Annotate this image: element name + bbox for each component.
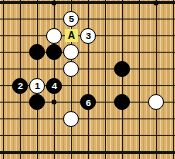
intersection[interactable] <box>165 127 175 144</box>
intersection[interactable] <box>165 94 175 111</box>
intersection[interactable] <box>12 94 29 111</box>
intersection[interactable] <box>165 28 175 45</box>
intersection[interactable] <box>63 94 80 111</box>
intersection[interactable] <box>80 61 97 78</box>
intersection[interactable] <box>131 77 148 94</box>
white-stone <box>46 28 62 44</box>
intersection[interactable] <box>29 111 46 128</box>
intersection[interactable] <box>0 28 12 45</box>
intersection[interactable] <box>12 28 29 45</box>
intersection[interactable] <box>12 111 29 128</box>
intersection[interactable] <box>165 0 175 11</box>
intersection[interactable] <box>114 94 131 111</box>
white-stone <box>63 61 79 77</box>
intersection[interactable] <box>12 0 29 11</box>
point-marker-a[interactable]: A <box>65 29 78 42</box>
intersection[interactable] <box>131 0 148 11</box>
intersection[interactable] <box>114 144 131 159</box>
intersection[interactable] <box>0 144 12 159</box>
intersection[interactable] <box>131 144 148 159</box>
intersection[interactable] <box>97 94 114 111</box>
intersection[interactable] <box>80 77 97 94</box>
intersection[interactable] <box>0 77 12 94</box>
intersection[interactable] <box>148 111 165 128</box>
black-stone <box>114 61 130 77</box>
intersection[interactable] <box>0 61 12 78</box>
white-stone <box>63 44 79 60</box>
intersection[interactable] <box>97 111 114 128</box>
intersection[interactable] <box>63 0 80 11</box>
white-stone-move-5: 5 <box>63 11 79 27</box>
intersection[interactable] <box>97 127 114 144</box>
intersection[interactable] <box>114 28 131 45</box>
intersection[interactable] <box>148 77 165 94</box>
intersection[interactable] <box>131 61 148 78</box>
board-grid: 5A32146 <box>0 0 175 159</box>
black-stone-move-4: 4 <box>46 78 62 94</box>
intersection[interactable] <box>46 94 63 111</box>
intersection[interactable] <box>80 0 97 11</box>
intersection[interactable] <box>131 94 148 111</box>
intersection[interactable] <box>131 111 148 128</box>
intersection[interactable] <box>0 11 12 28</box>
intersection[interactable] <box>165 144 175 159</box>
black-stone-move-6: 6 <box>80 94 96 110</box>
intersection[interactable] <box>148 28 165 45</box>
intersection[interactable] <box>131 11 148 28</box>
intersection[interactable] <box>80 11 97 28</box>
intersection[interactable] <box>80 127 97 144</box>
intersection[interactable] <box>29 0 46 11</box>
intersection[interactable] <box>29 127 46 144</box>
intersection[interactable] <box>114 11 131 28</box>
black-stone <box>29 44 45 60</box>
intersection[interactable] <box>114 127 131 144</box>
intersection[interactable] <box>114 61 131 78</box>
intersection[interactable] <box>63 77 80 94</box>
intersection[interactable] <box>12 11 29 28</box>
intersection[interactable] <box>148 0 165 11</box>
intersection[interactable] <box>29 94 46 111</box>
intersection[interactable] <box>131 28 148 45</box>
intersection[interactable] <box>80 144 97 159</box>
intersection[interactable] <box>80 44 97 61</box>
intersection[interactable] <box>0 111 12 128</box>
intersection[interactable] <box>114 77 131 94</box>
intersection[interactable] <box>165 61 175 78</box>
intersection[interactable] <box>12 127 29 144</box>
intersection[interactable] <box>148 94 165 111</box>
intersection[interactable] <box>29 144 46 159</box>
intersection[interactable] <box>29 11 46 28</box>
intersection[interactable] <box>63 44 80 61</box>
intersection[interactable] <box>0 127 12 144</box>
intersection[interactable] <box>148 11 165 28</box>
intersection[interactable]: 4 <box>46 77 63 94</box>
intersection[interactable] <box>12 144 29 159</box>
intersection[interactable]: A <box>63 28 80 45</box>
intersection[interactable]: 1 <box>29 77 46 94</box>
intersection[interactable] <box>80 111 97 128</box>
white-stone <box>63 111 79 127</box>
intersection[interactable] <box>12 61 29 78</box>
intersection[interactable] <box>148 144 165 159</box>
intersection[interactable] <box>46 61 63 78</box>
intersection[interactable] <box>0 44 12 61</box>
intersection[interactable] <box>63 61 80 78</box>
intersection[interactable] <box>97 61 114 78</box>
intersection[interactable] <box>97 77 114 94</box>
intersection[interactable] <box>46 11 63 28</box>
intersection[interactable] <box>114 0 131 11</box>
intersection[interactable] <box>131 44 148 61</box>
intersection[interactable] <box>29 28 46 45</box>
black-stone <box>29 94 45 110</box>
intersection[interactable] <box>165 111 175 128</box>
intersection[interactable] <box>97 11 114 28</box>
intersection[interactable] <box>97 0 114 11</box>
intersection[interactable] <box>0 0 12 11</box>
intersection[interactable] <box>63 144 80 159</box>
go-board: 5A32146 <box>0 0 175 159</box>
black-stone <box>46 44 62 60</box>
intersection[interactable]: 6 <box>80 94 97 111</box>
black-stone <box>114 94 130 110</box>
black-stone-move-2: 2 <box>12 78 28 94</box>
white-stone-move-3: 3 <box>80 28 96 44</box>
intersection[interactable]: 2 <box>12 77 29 94</box>
intersection[interactable] <box>46 144 63 159</box>
intersection[interactable]: 5 <box>63 11 80 28</box>
intersection[interactable] <box>165 77 175 94</box>
white-stone <box>148 94 164 110</box>
intersection[interactable] <box>46 0 63 11</box>
intersection[interactable] <box>97 44 114 61</box>
intersection[interactable] <box>114 44 131 61</box>
intersection[interactable] <box>148 44 165 61</box>
intersection[interactable] <box>148 61 165 78</box>
intersection[interactable] <box>46 127 63 144</box>
white-stone-move-1: 1 <box>29 78 45 94</box>
intersection[interactable] <box>165 11 175 28</box>
intersection[interactable] <box>114 111 131 128</box>
intersection[interactable] <box>63 111 80 128</box>
intersection[interactable] <box>29 61 46 78</box>
intersection[interactable] <box>0 94 12 111</box>
intersection[interactable] <box>97 28 114 45</box>
intersection[interactable] <box>63 127 80 144</box>
intersection[interactable] <box>12 44 29 61</box>
intersection[interactable] <box>165 44 175 61</box>
intersection[interactable] <box>46 111 63 128</box>
intersection[interactable] <box>29 44 46 61</box>
intersection[interactable] <box>46 44 63 61</box>
intersection[interactable] <box>131 127 148 144</box>
intersection[interactable] <box>97 144 114 159</box>
intersection[interactable] <box>148 127 165 144</box>
intersection[interactable] <box>46 28 63 45</box>
intersection[interactable]: 3 <box>80 28 97 45</box>
